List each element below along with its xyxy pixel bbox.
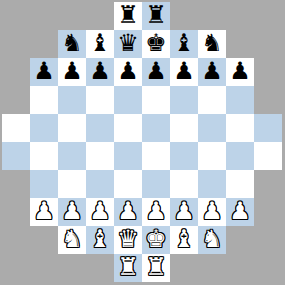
off-board	[198, 2, 226, 30]
board-square-r3-c6[interactable]	[170, 86, 198, 114]
white-knight-piece: ♞	[61, 227, 83, 251]
board-square-r2-c6[interactable]: ♟	[170, 58, 198, 86]
board-square-r4-c5[interactable]	[142, 114, 170, 142]
off-board	[226, 30, 254, 58]
black-pawn-piece: ♟	[117, 59, 139, 83]
board-square-r2-c7[interactable]: ♟	[198, 58, 226, 86]
board-square-r4-c6[interactable]	[170, 114, 198, 142]
board-square-r2-c2[interactable]: ♟	[58, 58, 86, 86]
board-square-r9-c5[interactable]: ♜	[142, 254, 170, 282]
board-square-r7-c1[interactable]: ♟	[30, 198, 58, 226]
white-pawn-piece: ♟	[229, 199, 251, 223]
off-board	[2, 58, 30, 86]
board-square-r7-c7[interactable]: ♟	[198, 198, 226, 226]
board-square-r5-c5[interactable]	[142, 142, 170, 170]
board-square-r3-c1[interactable]	[30, 86, 58, 114]
board-square-r5-c7[interactable]	[198, 142, 226, 170]
white-pawn-piece: ♟	[173, 199, 195, 223]
off-board	[170, 2, 198, 30]
off-board	[2, 254, 30, 282]
game-window: ♜♜♞♝♛♚♝♞♟♟♟♟♟♟♟♟♟♟♟♟♟♟♟♟♞♝♛♚♝♞♜♜	[0, 0, 285, 285]
black-rook-piece: ♜	[145, 3, 167, 27]
board-square-r8-c3[interactable]: ♝	[86, 226, 114, 254]
off-board	[254, 254, 282, 282]
board-square-r7-c3[interactable]: ♟	[86, 198, 114, 226]
board-square-r1-c6[interactable]: ♝	[170, 30, 198, 58]
board-square-r4-c0[interactable]	[2, 114, 30, 142]
off-board	[30, 226, 58, 254]
black-pawn-piece: ♟	[89, 59, 111, 83]
off-board	[58, 254, 86, 282]
board-square-r4-c3[interactable]	[86, 114, 114, 142]
board-square-r6-c6[interactable]	[170, 170, 198, 198]
board-square-r6-c8[interactable]	[226, 170, 254, 198]
board-square-r8-c4[interactable]: ♛	[114, 226, 142, 254]
board-square-r6-c7[interactable]	[198, 170, 226, 198]
board-square-r5-c1[interactable]	[30, 142, 58, 170]
board-square-r8-c2[interactable]: ♞	[58, 226, 86, 254]
off-board	[30, 254, 58, 282]
white-knight-piece: ♞	[201, 227, 223, 251]
board-square-r5-c4[interactable]	[114, 142, 142, 170]
board-square-r3-c7[interactable]	[198, 86, 226, 114]
board-square-r4-c9[interactable]	[254, 114, 282, 142]
board-square-r0-c4[interactable]: ♜	[114, 2, 142, 30]
off-board	[86, 254, 114, 282]
off-board	[254, 170, 282, 198]
off-board	[2, 226, 30, 254]
off-board	[254, 198, 282, 226]
white-rook-piece: ♜	[145, 255, 167, 279]
chess-board: ♜♜♞♝♛♚♝♞♟♟♟♟♟♟♟♟♟♟♟♟♟♟♟♟♞♝♛♚♝♞♜♜	[2, 2, 282, 282]
board-square-r9-c4[interactable]: ♜	[114, 254, 142, 282]
black-pawn-piece: ♟	[201, 59, 223, 83]
off-board	[226, 2, 254, 30]
board-square-r5-c3[interactable]	[86, 142, 114, 170]
off-board	[170, 254, 198, 282]
black-pawn-piece: ♟	[61, 59, 83, 83]
black-pawn-piece: ♟	[229, 59, 251, 83]
board-square-r7-c6[interactable]: ♟	[170, 198, 198, 226]
board-square-r1-c4[interactable]: ♛	[114, 30, 142, 58]
board-square-r2-c8[interactable]: ♟	[226, 58, 254, 86]
board-square-r8-c5[interactable]: ♚	[142, 226, 170, 254]
white-pawn-piece: ♟	[89, 199, 111, 223]
white-rook-piece: ♜	[117, 255, 139, 279]
board-square-r3-c4[interactable]	[114, 86, 142, 114]
board-square-r3-c3[interactable]	[86, 86, 114, 114]
board-square-r1-c2[interactable]: ♞	[58, 30, 86, 58]
off-board	[226, 254, 254, 282]
off-board	[254, 58, 282, 86]
board-square-r6-c3[interactable]	[86, 170, 114, 198]
board-square-r4-c1[interactable]	[30, 114, 58, 142]
black-knight-piece: ♞	[61, 31, 83, 55]
board-square-r6-c1[interactable]	[30, 170, 58, 198]
board-square-r4-c2[interactable]	[58, 114, 86, 142]
off-board	[2, 30, 30, 58]
black-king-piece: ♚	[145, 31, 167, 55]
board-square-r1-c5[interactable]: ♚	[142, 30, 170, 58]
board-square-r1-c3[interactable]: ♝	[86, 30, 114, 58]
black-queen-piece: ♛	[117, 31, 139, 55]
black-rook-piece: ♜	[117, 3, 139, 27]
off-board	[2, 198, 30, 226]
black-bishop-piece: ♝	[89, 31, 111, 55]
off-board	[2, 2, 30, 30]
board-square-r0-c5[interactable]: ♜	[142, 2, 170, 30]
board-square-r2-c5[interactable]: ♟	[142, 58, 170, 86]
board-square-r6-c5[interactable]	[142, 170, 170, 198]
board-square-r5-c8[interactable]	[226, 142, 254, 170]
white-bishop-piece: ♝	[89, 227, 111, 251]
white-pawn-piece: ♟	[61, 199, 83, 223]
black-bishop-piece: ♝	[173, 31, 195, 55]
off-board	[254, 226, 282, 254]
white-pawn-piece: ♟	[33, 199, 55, 223]
board-square-r4-c8[interactable]	[226, 114, 254, 142]
board-square-r6-c2[interactable]	[58, 170, 86, 198]
board-square-r1-c7[interactable]: ♞	[198, 30, 226, 58]
board-square-r8-c6[interactable]: ♝	[170, 226, 198, 254]
off-board	[198, 254, 226, 282]
board-square-r7-c5[interactable]: ♟	[142, 198, 170, 226]
white-queen-piece: ♛	[117, 227, 139, 251]
board-square-r7-c4[interactable]: ♟	[114, 198, 142, 226]
board-square-r3-c8[interactable]	[226, 86, 254, 114]
white-pawn-piece: ♟	[145, 199, 167, 223]
board-square-r4-c7[interactable]	[198, 114, 226, 142]
off-board	[58, 2, 86, 30]
board-square-r5-c0[interactable]	[2, 142, 30, 170]
board-square-r3-c2[interactable]	[58, 86, 86, 114]
board-square-r7-c8[interactable]: ♟	[226, 198, 254, 226]
off-board	[30, 2, 58, 30]
black-pawn-piece: ♟	[173, 59, 195, 83]
board-square-r4-c4[interactable]	[114, 114, 142, 142]
off-board	[2, 170, 30, 198]
off-board	[2, 86, 30, 114]
off-board	[254, 2, 282, 30]
black-pawn-piece: ♟	[145, 59, 167, 83]
white-pawn-piece: ♟	[117, 199, 139, 223]
board-square-r2-c4[interactable]: ♟	[114, 58, 142, 86]
black-knight-piece: ♞	[201, 31, 223, 55]
off-board	[254, 30, 282, 58]
board-square-r6-c4[interactable]	[114, 170, 142, 198]
off-board	[254, 86, 282, 114]
white-pawn-piece: ♟	[201, 199, 223, 223]
white-bishop-piece: ♝	[173, 227, 195, 251]
off-board	[86, 2, 114, 30]
board-square-r5-c9[interactable]	[254, 142, 282, 170]
white-king-piece: ♚	[145, 227, 167, 251]
board-square-r2-c3[interactable]: ♟	[86, 58, 114, 86]
off-board	[226, 226, 254, 254]
board-square-r7-c2[interactable]: ♟	[58, 198, 86, 226]
board-square-r3-c5[interactable]	[142, 86, 170, 114]
board-square-r5-c6[interactable]	[170, 142, 198, 170]
board-square-r5-c2[interactable]	[58, 142, 86, 170]
board-square-r8-c7[interactable]: ♞	[198, 226, 226, 254]
board-square-r2-c1[interactable]: ♟	[30, 58, 58, 86]
off-board	[30, 30, 58, 58]
black-pawn-piece: ♟	[33, 59, 55, 83]
